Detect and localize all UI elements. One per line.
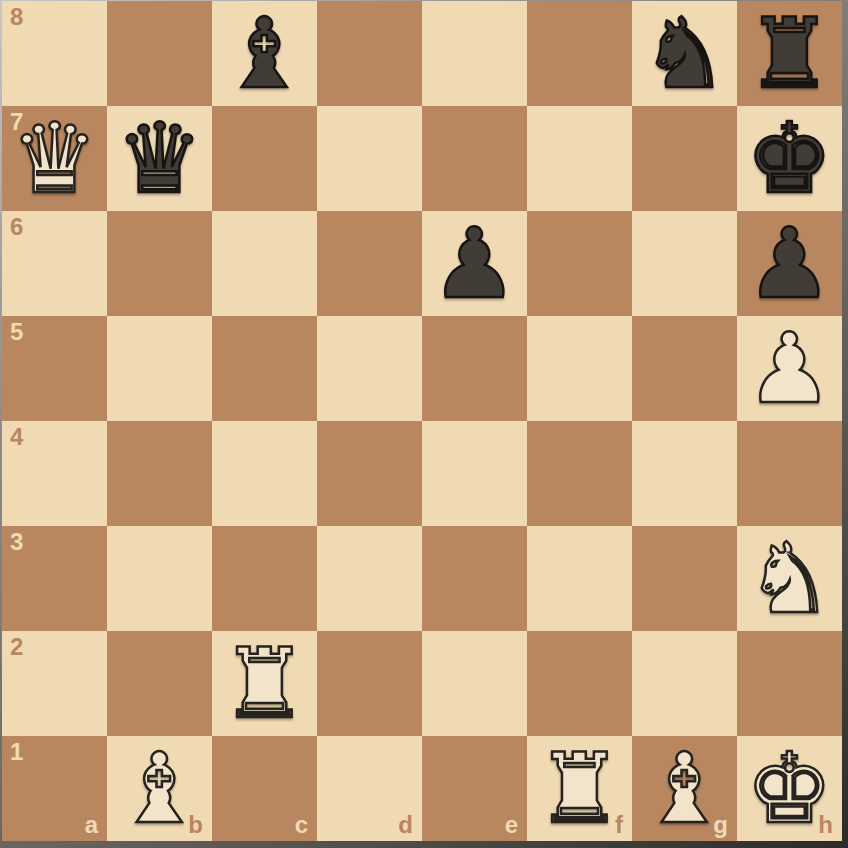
white-bishop-g1[interactable]: ♝	[641, 740, 728, 837]
square-a6[interactable]: 6	[2, 211, 107, 316]
square-b1[interactable]: b♝	[107, 736, 212, 841]
square-a4[interactable]: 4	[2, 421, 107, 526]
black-king-h7[interactable]: ♚	[746, 110, 833, 207]
white-pawn-h5[interactable]: ♟	[746, 320, 833, 417]
square-c2[interactable]: ♜	[212, 631, 317, 736]
square-c5[interactable]	[212, 316, 317, 421]
square-h3[interactable]: ♞	[737, 526, 842, 631]
square-f3[interactable]	[527, 526, 632, 631]
black-queen-b7[interactable]: ♛	[116, 110, 203, 207]
square-b6[interactable]	[107, 211, 212, 316]
square-g4[interactable]	[632, 421, 737, 526]
square-g1[interactable]: g♝	[632, 736, 737, 841]
square-a5[interactable]: 5	[2, 316, 107, 421]
rank-label-8: 8	[10, 5, 23, 29]
rank-label-5: 5	[10, 320, 23, 344]
rank-label-1: 1	[10, 740, 23, 764]
square-a8[interactable]: 8	[2, 1, 107, 106]
square-f6[interactable]	[527, 211, 632, 316]
square-e8[interactable]	[422, 1, 527, 106]
square-c3[interactable]	[212, 526, 317, 631]
white-rook-f1[interactable]: ♜	[536, 740, 623, 837]
rank-label-2: 2	[10, 635, 23, 659]
square-h6[interactable]: ♟	[737, 211, 842, 316]
square-b2[interactable]	[107, 631, 212, 736]
square-d6[interactable]	[317, 211, 422, 316]
square-e3[interactable]	[422, 526, 527, 631]
square-e2[interactable]	[422, 631, 527, 736]
square-c1[interactable]: c	[212, 736, 317, 841]
chess-board: 8♝♞♜7♛♛♚6♟♟5♟43♞2♜1ab♝cdef♜g♝h♚	[2, 1, 842, 841]
square-b3[interactable]	[107, 526, 212, 631]
square-a3[interactable]: 3	[2, 526, 107, 631]
white-king-h1[interactable]: ♚	[746, 740, 833, 837]
square-f8[interactable]	[527, 1, 632, 106]
square-b7[interactable]: ♛	[107, 106, 212, 211]
square-a7[interactable]: 7♛	[2, 106, 107, 211]
file-label-c: c	[295, 813, 308, 837]
file-label-a: a	[85, 813, 98, 837]
square-d8[interactable]	[317, 1, 422, 106]
white-rook-c2[interactable]: ♜	[221, 635, 308, 732]
square-f4[interactable]	[527, 421, 632, 526]
square-a2[interactable]: 2	[2, 631, 107, 736]
square-b4[interactable]	[107, 421, 212, 526]
black-pawn-h6[interactable]: ♟	[746, 215, 833, 312]
black-rook-h8[interactable]: ♜	[746, 5, 833, 102]
square-h4[interactable]	[737, 421, 842, 526]
square-g8[interactable]: ♞	[632, 1, 737, 106]
square-d3[interactable]	[317, 526, 422, 631]
square-f1[interactable]: f♜	[527, 736, 632, 841]
square-c7[interactable]	[212, 106, 317, 211]
black-knight-g8[interactable]: ♞	[641, 5, 728, 102]
square-c8[interactable]: ♝	[212, 1, 317, 106]
square-e4[interactable]	[422, 421, 527, 526]
square-b8[interactable]	[107, 1, 212, 106]
square-g7[interactable]	[632, 106, 737, 211]
file-label-e: e	[505, 813, 518, 837]
white-knight-h3[interactable]: ♞	[746, 530, 833, 627]
square-d5[interactable]	[317, 316, 422, 421]
black-bishop-c8[interactable]: ♝	[221, 5, 308, 102]
square-h8[interactable]: ♜	[737, 1, 842, 106]
square-a1[interactable]: 1a	[2, 736, 107, 841]
white-queen-a7[interactable]: ♛	[11, 110, 98, 207]
white-bishop-b1[interactable]: ♝	[116, 740, 203, 837]
square-f5[interactable]	[527, 316, 632, 421]
square-d2[interactable]	[317, 631, 422, 736]
square-f2[interactable]	[527, 631, 632, 736]
square-h2[interactable]	[737, 631, 842, 736]
file-label-d: d	[398, 813, 413, 837]
square-h1[interactable]: h♚	[737, 736, 842, 841]
square-e7[interactable]	[422, 106, 527, 211]
square-g2[interactable]	[632, 631, 737, 736]
square-d7[interactable]	[317, 106, 422, 211]
rank-label-6: 6	[10, 215, 23, 239]
square-f7[interactable]	[527, 106, 632, 211]
square-h7[interactable]: ♚	[737, 106, 842, 211]
board-frame: 8♝♞♜7♛♛♚6♟♟5♟43♞2♜1ab♝cdef♜g♝h♚	[0, 0, 848, 848]
square-d1[interactable]: d	[317, 736, 422, 841]
square-e6[interactable]: ♟	[422, 211, 527, 316]
square-g3[interactable]	[632, 526, 737, 631]
square-b5[interactable]	[107, 316, 212, 421]
black-pawn-e6[interactable]: ♟	[431, 215, 518, 312]
square-e5[interactable]	[422, 316, 527, 421]
square-d4[interactable]	[317, 421, 422, 526]
square-g5[interactable]	[632, 316, 737, 421]
square-c6[interactable]	[212, 211, 317, 316]
square-h5[interactable]: ♟	[737, 316, 842, 421]
square-c4[interactable]	[212, 421, 317, 526]
square-g6[interactable]	[632, 211, 737, 316]
rank-label-3: 3	[10, 530, 23, 554]
rank-label-4: 4	[10, 425, 23, 449]
square-e1[interactable]: e	[422, 736, 527, 841]
